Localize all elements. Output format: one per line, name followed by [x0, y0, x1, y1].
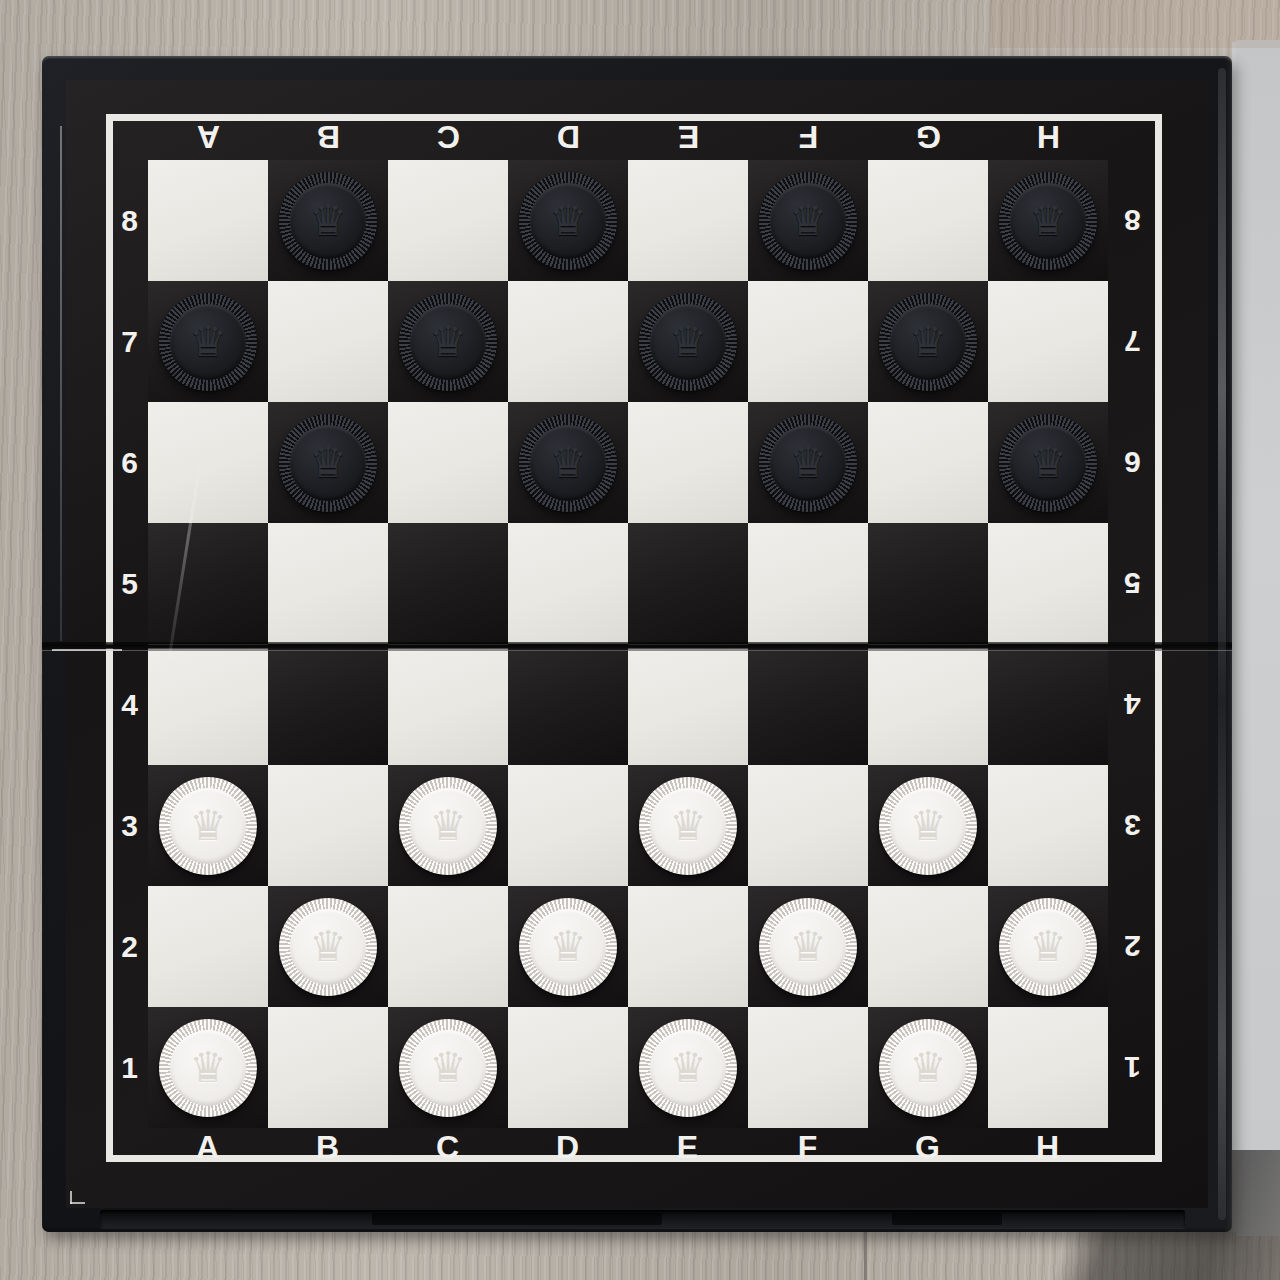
white-piece[interactable]: ♛ — [879, 1019, 977, 1117]
crown-emboss-icon: ♛ — [669, 321, 707, 363]
crown-emboss-icon: ♛ — [909, 805, 947, 847]
black-piece[interactable]: ♛ — [519, 414, 617, 512]
file-label-top: A — [148, 121, 268, 153]
file-label-top: H — [988, 121, 1108, 153]
piece-face: ♛ — [170, 304, 246, 380]
file-label-top: D — [508, 121, 628, 153]
rank-label-right: 5 — [1118, 523, 1146, 644]
piece-face: ♛ — [530, 425, 606, 501]
crown-emboss-icon: ♛ — [789, 200, 827, 242]
white-piece[interactable]: ♛ — [159, 777, 257, 875]
piece-face: ♛ — [290, 183, 366, 259]
frame-scratch — [70, 1202, 85, 1204]
piece-face: ♛ — [650, 788, 726, 864]
file-label-bottom: D — [508, 1131, 628, 1163]
white-piece[interactable]: ♛ — [399, 1019, 497, 1117]
piece-face: ♛ — [650, 304, 726, 380]
rank-label-right: 7 — [1118, 281, 1146, 402]
frame-latch-segment — [372, 1213, 662, 1225]
frame-latch-segment — [892, 1213, 1002, 1225]
crown-emboss-icon: ♛ — [309, 442, 347, 484]
piece-face: ♛ — [1010, 909, 1086, 985]
black-piece[interactable]: ♛ — [759, 172, 857, 270]
piece-face: ♛ — [290, 425, 366, 501]
piece-face: ♛ — [770, 425, 846, 501]
rank-label-right: 4 — [1118, 644, 1146, 765]
piece-face: ♛ — [530, 909, 606, 985]
piece-face: ♛ — [1010, 425, 1086, 501]
black-piece[interactable]: ♛ — [759, 414, 857, 512]
black-piece[interactable]: ♛ — [999, 414, 1097, 512]
rank-label-right: 8 — [1118, 160, 1146, 281]
file-label-top: B — [268, 121, 388, 153]
black-piece[interactable]: ♛ — [639, 293, 737, 391]
piece-face: ♛ — [410, 788, 486, 864]
piece-face: ♛ — [1010, 183, 1086, 259]
crown-emboss-icon: ♛ — [669, 805, 707, 847]
piece-face: ♛ — [170, 788, 246, 864]
piece-face: ♛ — [410, 304, 486, 380]
crown-emboss-icon: ♛ — [549, 200, 587, 242]
white-piece[interactable]: ♛ — [399, 777, 497, 875]
crown-emboss-icon: ♛ — [309, 200, 347, 242]
file-label-bottom: H — [988, 1131, 1108, 1163]
board-fold-seam — [42, 642, 1232, 651]
wood-plank-seam — [864, 1230, 867, 1280]
file-label-top: F — [748, 121, 868, 153]
piece-face: ♛ — [770, 909, 846, 985]
black-piece[interactable]: ♛ — [999, 172, 1097, 270]
crown-emboss-icon: ♛ — [549, 442, 587, 484]
black-piece[interactable]: ♛ — [279, 414, 377, 512]
file-label-top: E — [628, 121, 748, 153]
crown-emboss-icon: ♛ — [189, 321, 227, 363]
piece-face: ♛ — [650, 1030, 726, 1106]
gray-surface-background-edge — [1236, 40, 1280, 1236]
white-piece[interactable]: ♛ — [159, 1019, 257, 1117]
piece-face: ♛ — [290, 909, 366, 985]
file-label-bottom: E — [628, 1131, 748, 1163]
rank-label-right: 2 — [1118, 886, 1146, 1007]
crown-emboss-icon: ♛ — [789, 442, 827, 484]
white-piece[interactable]: ♛ — [279, 898, 377, 996]
piece-face: ♛ — [890, 304, 966, 380]
rank-label-left: 8 — [116, 160, 144, 281]
file-label-bottom: G — [868, 1131, 988, 1163]
piece-face: ♛ — [410, 1030, 486, 1106]
rank-label-right: 1 — [1118, 1007, 1146, 1128]
crown-emboss-icon: ♛ — [189, 1047, 227, 1089]
rank-label-left: 1 — [116, 1007, 144, 1128]
crown-emboss-icon: ♛ — [789, 926, 827, 968]
black-piece[interactable]: ♛ — [279, 172, 377, 270]
file-label-bottom: B — [268, 1131, 388, 1163]
crown-emboss-icon: ♛ — [189, 805, 227, 847]
rank-label-left: 6 — [116, 402, 144, 523]
black-piece[interactable]: ♛ — [159, 293, 257, 391]
black-piece[interactable]: ♛ — [519, 172, 617, 270]
file-label-bottom: A — [148, 1131, 268, 1163]
white-piece[interactable]: ♛ — [519, 898, 617, 996]
wood-grain-tint — [990, 0, 1280, 48]
crown-emboss-icon: ♛ — [309, 926, 347, 968]
crown-emboss-icon: ♛ — [909, 321, 947, 363]
file-label-bottom: C — [388, 1131, 508, 1163]
frame-scratch — [70, 1191, 72, 1204]
file-label-top: G — [868, 121, 988, 153]
piece-face: ♛ — [770, 183, 846, 259]
white-piece[interactable]: ♛ — [639, 777, 737, 875]
rank-label-left: 4 — [116, 644, 144, 765]
crown-emboss-icon: ♛ — [549, 926, 587, 968]
crown-emboss-icon: ♛ — [1029, 926, 1067, 968]
crown-emboss-icon: ♛ — [1029, 442, 1067, 484]
crown-emboss-icon: ♛ — [909, 1047, 947, 1089]
fold-seam-highlight — [52, 649, 122, 651]
crown-emboss-icon: ♛ — [429, 805, 467, 847]
black-piece[interactable]: ♛ — [879, 293, 977, 391]
rank-label-right: 6 — [1118, 402, 1146, 523]
file-label-top: C — [388, 121, 508, 153]
white-piece[interactable]: ♛ — [759, 898, 857, 996]
crown-emboss-icon: ♛ — [429, 321, 467, 363]
rank-label-right: 3 — [1118, 765, 1146, 886]
white-piece[interactable]: ♛ — [999, 898, 1097, 996]
rank-label-left: 5 — [116, 523, 144, 644]
crown-emboss-icon: ♛ — [1029, 200, 1067, 242]
white-piece[interactable]: ♛ — [639, 1019, 737, 1117]
piece-face: ♛ — [890, 788, 966, 864]
rank-label-left: 7 — [116, 281, 144, 402]
board-frame: ABCDEFGH ABCDEFGH 87654321 87654321 ♛♛♛♛… — [42, 56, 1232, 1232]
piece-face: ♛ — [530, 183, 606, 259]
piece-face: ♛ — [890, 1030, 966, 1106]
black-piece[interactable]: ♛ — [399, 293, 497, 391]
crown-emboss-icon: ♛ — [669, 1047, 707, 1089]
file-label-bottom: F — [748, 1131, 868, 1163]
white-piece[interactable]: ♛ — [879, 777, 977, 875]
piece-face: ♛ — [170, 1030, 246, 1106]
crown-emboss-icon: ♛ — [429, 1047, 467, 1089]
rank-label-left: 3 — [116, 765, 144, 886]
rank-label-left: 2 — [116, 886, 144, 1007]
board-surface: ABCDEFGH ABCDEFGH 87654321 87654321 ♛♛♛♛… — [66, 80, 1208, 1208]
